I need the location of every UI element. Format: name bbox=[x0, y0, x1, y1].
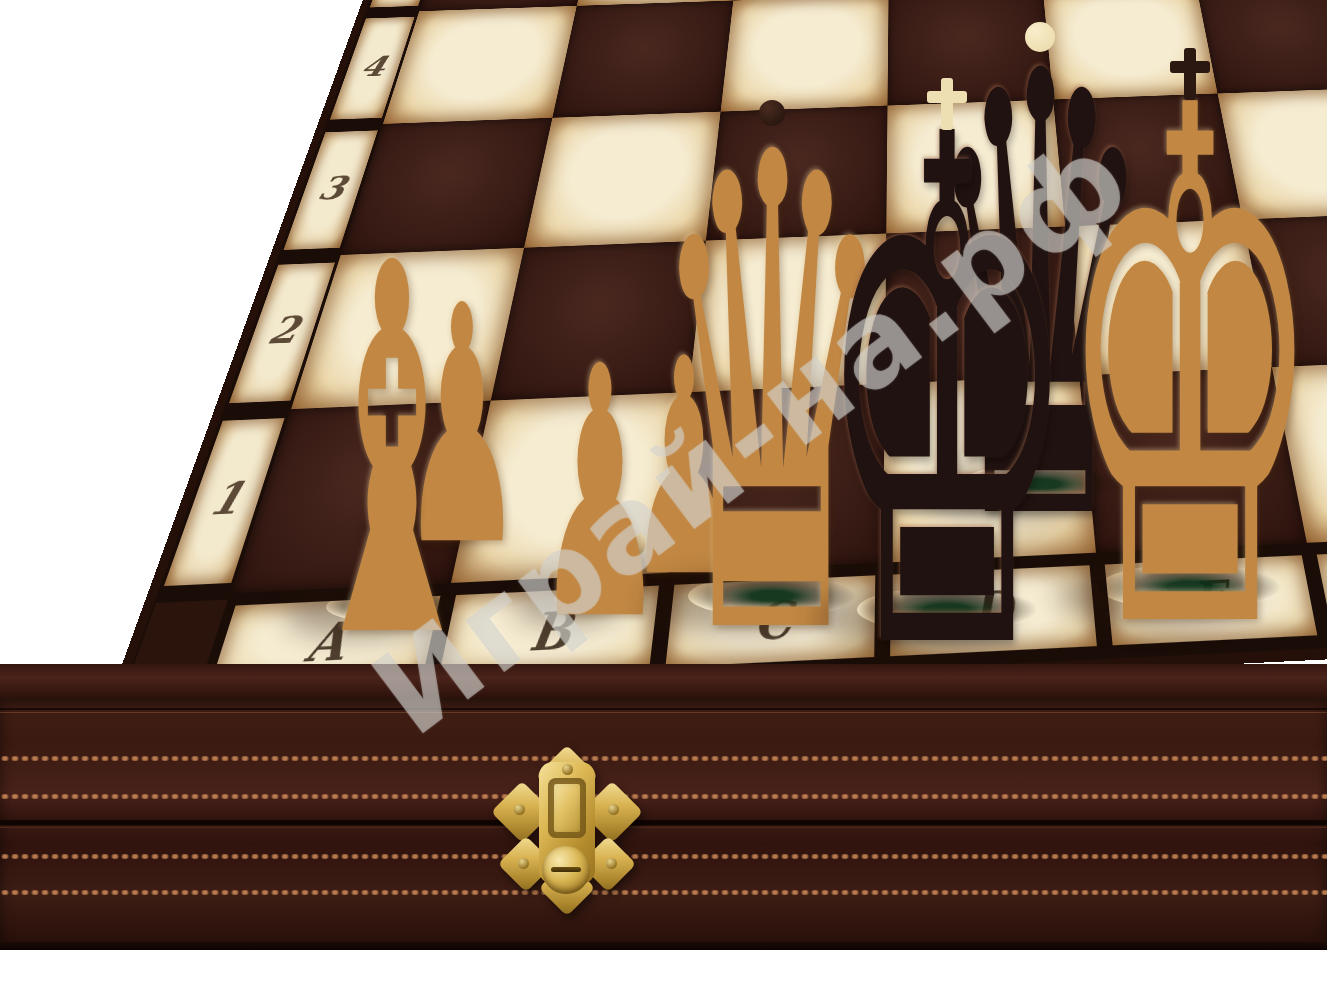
pinstripe-stitch bbox=[0, 794, 1327, 799]
pinstripe-stitch bbox=[0, 890, 1327, 895]
square-f4 bbox=[1196, 0, 1327, 94]
square-b3 bbox=[524, 112, 721, 248]
box-front-panel bbox=[0, 698, 1327, 950]
brass-clasp bbox=[492, 754, 642, 906]
groove-highlight bbox=[0, 712, 1327, 713]
clasp-screw bbox=[514, 804, 525, 815]
square-e4 bbox=[1043, 0, 1218, 100]
square-d1 bbox=[883, 375, 1096, 562]
clasp-screw bbox=[608, 804, 619, 815]
product-photo-chess-box: 54321ABCDEF ♝♟♟♟♛♚♛♚ Играй-на.рф bbox=[0, 0, 1327, 1000]
clasp-screw bbox=[562, 764, 573, 775]
clasp-screw bbox=[606, 858, 617, 869]
pinstripe-stitch bbox=[0, 756, 1327, 761]
square-d4 bbox=[888, 0, 1054, 106]
square-c4 bbox=[721, 0, 889, 112]
square-b4 bbox=[552, 1, 733, 118]
square-b2 bbox=[491, 241, 706, 401]
square-c3 bbox=[706, 106, 888, 241]
box-bottom-edge bbox=[0, 942, 1327, 950]
groove-line bbox=[0, 708, 1327, 710]
clasp-screw bbox=[518, 858, 529, 869]
pinstripe-stitch bbox=[0, 854, 1327, 859]
clasp-boss bbox=[542, 846, 590, 894]
file-label-d: D bbox=[890, 565, 1097, 656]
file-label-c: C bbox=[665, 575, 875, 667]
board-front-bevel bbox=[0, 664, 1327, 700]
chess-board: 54321ABCDEF bbox=[116, 0, 1327, 708]
file-label-f: F bbox=[1317, 545, 1327, 634]
clasp-latch bbox=[548, 778, 586, 838]
board-scene: 54321ABCDEF bbox=[130, 0, 1327, 672]
file-label-e: E bbox=[1105, 555, 1318, 645]
square-e1 bbox=[1079, 367, 1307, 553]
box-halves-seam bbox=[0, 820, 1327, 828]
